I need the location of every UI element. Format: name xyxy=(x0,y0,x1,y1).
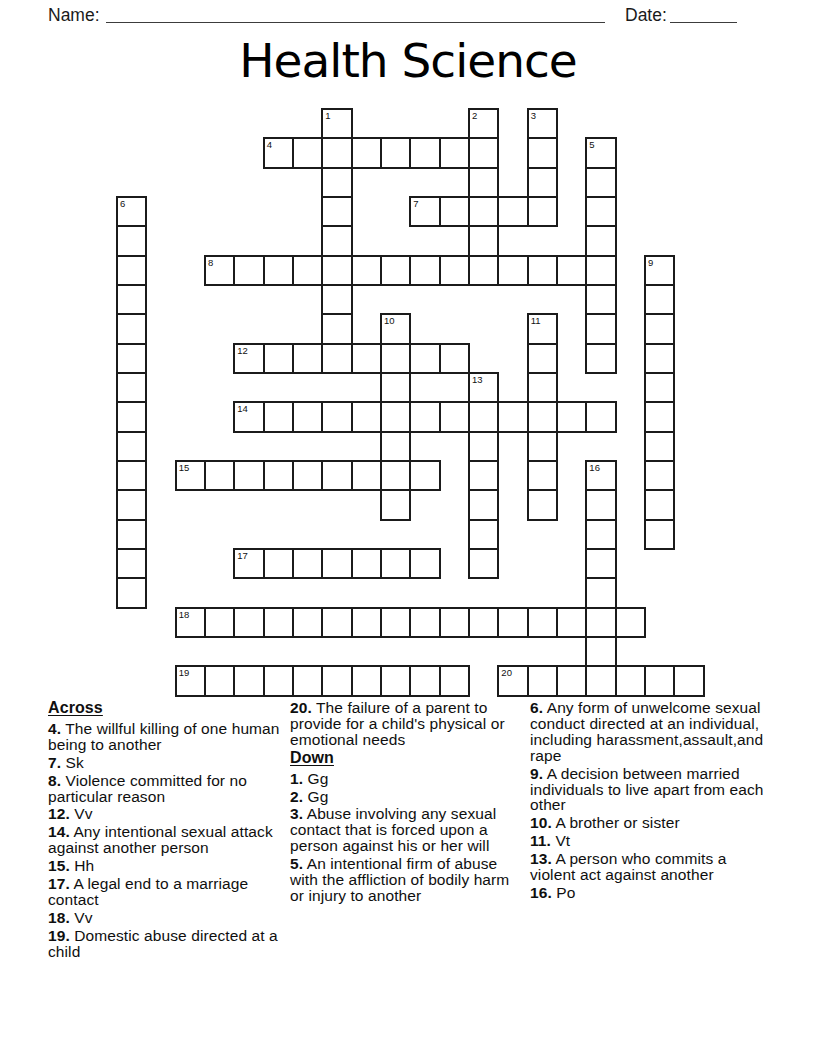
grid-cell[interactable] xyxy=(409,255,440,286)
grid-cell[interactable] xyxy=(292,401,323,432)
grid-cell[interactable] xyxy=(116,548,147,579)
grid-cell[interactable] xyxy=(527,401,558,432)
cell-clue-number: 19 xyxy=(179,667,190,678)
grid-cell[interactable] xyxy=(380,607,411,638)
clue-item: 12. Vv xyxy=(48,806,282,822)
grid-cell[interactable] xyxy=(527,137,558,168)
grid-cell[interactable]: 20 xyxy=(497,665,528,696)
grid-cell[interactable] xyxy=(585,255,616,286)
grid-cell[interactable]: 9 xyxy=(644,255,675,286)
grid-cell[interactable] xyxy=(380,401,411,432)
clue-item: 16. Po xyxy=(530,885,770,901)
grid-cell[interactable] xyxy=(644,401,675,432)
grid-cell[interactable]: 12 xyxy=(233,343,264,374)
clue-item: 13. A person who commits a violent act a… xyxy=(530,851,770,883)
grid-cell[interactable] xyxy=(380,489,411,520)
grid-cell[interactable] xyxy=(468,255,499,286)
grid-cell[interactable] xyxy=(321,167,352,198)
grid-cell[interactable] xyxy=(116,372,147,403)
crossword-grid: 1234567891011121314151617181920 xyxy=(116,108,705,697)
grid-cell[interactable] xyxy=(351,255,382,286)
grid-cell[interactable]: 13 xyxy=(468,372,499,403)
clue-item-number: 19. xyxy=(48,927,70,944)
clues-section-header: Down xyxy=(290,750,522,766)
grid-cell[interactable] xyxy=(585,225,616,256)
grid-cell[interactable] xyxy=(439,665,470,696)
page-title: Health Science xyxy=(0,33,816,88)
grid-cell[interactable] xyxy=(351,343,382,374)
grid-cell[interactable]: 18 xyxy=(175,607,206,638)
grid-cell[interactable] xyxy=(380,255,411,286)
clue-item-number: 10. xyxy=(530,814,552,831)
grid-cell[interactable] xyxy=(380,665,411,696)
grid-cell[interactable] xyxy=(321,401,352,432)
grid-cell[interactable] xyxy=(556,401,587,432)
grid-cell[interactable] xyxy=(204,607,235,638)
grid-cell[interactable] xyxy=(321,196,352,227)
grid-cell[interactable] xyxy=(409,665,440,696)
clue-item: 1. Gg xyxy=(290,771,522,787)
grid-cell[interactable] xyxy=(644,460,675,491)
clue-item-number: 17. xyxy=(48,875,70,892)
clue-item: 19. Domestic abuse directed at a child xyxy=(48,928,282,960)
cell-clue-number: 1 xyxy=(325,110,330,121)
grid-cell[interactable] xyxy=(233,460,264,491)
cell-clue-number: 14 xyxy=(237,403,248,414)
grid-cell[interactable]: 17 xyxy=(233,548,264,579)
cell-clue-number: 9 xyxy=(648,257,653,268)
clue-item-number: 8. xyxy=(48,772,61,789)
cell-clue-number: 11 xyxy=(531,315,541,326)
grid-cell[interactable] xyxy=(204,665,235,696)
grid-cell[interactable] xyxy=(585,167,616,198)
grid-cell[interactable] xyxy=(468,489,499,520)
grid-cell[interactable] xyxy=(527,196,558,227)
grid-cell[interactable] xyxy=(351,401,382,432)
name-blank-line[interactable] xyxy=(106,2,605,23)
grid-cell[interactable]: 7 xyxy=(409,196,440,227)
clue-item-number: 15. xyxy=(48,857,70,874)
grid-cell[interactable] xyxy=(351,460,382,491)
grid-cell[interactable] xyxy=(351,607,382,638)
grid-cell[interactable] xyxy=(321,255,352,286)
grid-cell[interactable] xyxy=(644,519,675,550)
grid-cell[interactable] xyxy=(527,607,558,638)
grid-cell[interactable]: 10 xyxy=(380,313,411,344)
grid-cell[interactable] xyxy=(439,607,470,638)
grid-cell[interactable] xyxy=(527,489,558,520)
grid-cell[interactable] xyxy=(409,401,440,432)
grid-cell[interactable]: 6 xyxy=(116,196,147,227)
clue-item: 10. A brother or sister xyxy=(530,815,770,831)
grid-cell[interactable] xyxy=(585,665,616,696)
name-label: Name: xyxy=(48,5,100,26)
clue-item-number: 2. xyxy=(290,788,303,805)
grid-cell[interactable] xyxy=(263,607,294,638)
grid-cell[interactable] xyxy=(116,577,147,608)
grid-cell[interactable] xyxy=(116,460,147,491)
grid-cell[interactable] xyxy=(497,401,528,432)
clues-column-1: Across4. The willful killing of one huma… xyxy=(48,700,282,962)
clue-item: 5. An intentional firm of abuse with the… xyxy=(290,856,522,904)
grid-cell[interactable] xyxy=(409,548,440,579)
clue-item-number: 13. xyxy=(530,850,552,867)
clue-item: 4. The willful killing of one human bein… xyxy=(48,721,282,753)
grid-cell[interactable] xyxy=(585,607,616,638)
grid-cell[interactable] xyxy=(585,343,616,374)
grid-cell[interactable] xyxy=(116,313,147,344)
grid-cell[interactable] xyxy=(644,489,675,520)
grid-cell[interactable] xyxy=(644,665,675,696)
grid-cell[interactable] xyxy=(321,313,352,344)
grid-cell[interactable] xyxy=(585,196,616,227)
grid-cell[interactable] xyxy=(585,577,616,608)
clue-item-number: 11. xyxy=(530,832,551,849)
grid-cell[interactable] xyxy=(585,284,616,315)
grid-cell[interactable] xyxy=(527,255,558,286)
grid-cell[interactable] xyxy=(116,225,147,256)
grid-cell[interactable]: 19 xyxy=(175,665,206,696)
clue-item-number: 9. xyxy=(530,765,543,782)
clue-item: 6. Any form of unwelcome sexual conduct … xyxy=(530,700,770,764)
grid-cell[interactable] xyxy=(263,665,294,696)
grid-cell[interactable] xyxy=(468,225,499,256)
grid-cell[interactable] xyxy=(468,460,499,491)
clue-item: 20. The failure of a parent to provide f… xyxy=(290,700,522,748)
grid-cell[interactable] xyxy=(644,313,675,344)
grid-cell[interactable] xyxy=(556,665,587,696)
grid-cell[interactable] xyxy=(497,607,528,638)
grid-cell[interactable] xyxy=(615,665,646,696)
grid-cell[interactable] xyxy=(644,343,675,374)
grid-cell[interactable] xyxy=(263,401,294,432)
grid-cell[interactable] xyxy=(292,137,323,168)
grid-cell[interactable] xyxy=(527,343,558,374)
clue-item-number: 7. xyxy=(48,754,61,771)
grid-cell[interactable] xyxy=(527,431,558,462)
cell-clue-number: 20 xyxy=(501,667,512,678)
clues-section-header: Across xyxy=(48,700,282,716)
grid-cell[interactable]: 5 xyxy=(585,137,616,168)
clue-item: 3. Abuse involving any sexual contact th… xyxy=(290,806,522,854)
cell-clue-number: 2 xyxy=(472,110,477,121)
grid-cell[interactable] xyxy=(116,431,147,462)
grid-cell[interactable] xyxy=(468,137,499,168)
grid-cell[interactable] xyxy=(468,548,499,579)
grid-cell[interactable] xyxy=(439,137,470,168)
grid-cell[interactable] xyxy=(468,401,499,432)
grid-cell[interactable]: 1 xyxy=(321,108,352,139)
grid-cell[interactable] xyxy=(644,284,675,315)
clue-item: 14. Any intentional sexual attack agains… xyxy=(48,824,282,856)
grid-cell[interactable] xyxy=(321,137,352,168)
grid-cell[interactable] xyxy=(644,431,675,462)
grid-cell[interactable] xyxy=(321,665,352,696)
cell-clue-number: 16 xyxy=(589,462,600,473)
grid-cell[interactable] xyxy=(380,343,411,374)
grid-cell[interactable] xyxy=(292,607,323,638)
clue-item-number: 5. xyxy=(290,855,303,872)
clue-item-number: 16. xyxy=(530,884,552,901)
grid-cell[interactable] xyxy=(585,548,616,579)
clue-item: 2. Gg xyxy=(290,789,522,805)
worksheet-page: Name: Date: Health Science 1234567891011… xyxy=(0,0,816,1056)
date-blank-line[interactable] xyxy=(670,2,737,23)
grid-cell[interactable] xyxy=(233,665,264,696)
grid-cell[interactable] xyxy=(233,255,264,286)
grid-cell[interactable]: 15 xyxy=(175,460,206,491)
grid-cell[interactable] xyxy=(497,196,528,227)
grid-cell[interactable] xyxy=(116,519,147,550)
grid-cell[interactable] xyxy=(351,665,382,696)
grid-cell[interactable] xyxy=(292,255,323,286)
grid-cell[interactable] xyxy=(527,372,558,403)
grid-cell[interactable] xyxy=(292,665,323,696)
grid-cell[interactable] xyxy=(439,343,470,374)
grid-cell[interactable] xyxy=(321,460,352,491)
grid-cell[interactable] xyxy=(321,607,352,638)
grid-cell[interactable] xyxy=(116,401,147,432)
clues-column-3: 6. Any form of unwelcome sexual conduct … xyxy=(530,700,770,903)
grid-cell[interactable] xyxy=(585,313,616,344)
grid-cell[interactable] xyxy=(468,167,499,198)
cell-clue-number: 4 xyxy=(267,139,272,150)
grid-cell[interactable]: 3 xyxy=(527,108,558,139)
grid-cell[interactable]: 2 xyxy=(468,108,499,139)
grid-cell[interactable] xyxy=(644,372,675,403)
cell-clue-number: 18 xyxy=(179,609,190,620)
grid-cell[interactable] xyxy=(204,460,235,491)
clue-item-number: 20. xyxy=(290,699,312,716)
clue-item: 15. Hh xyxy=(48,858,282,874)
grid-cell[interactable] xyxy=(321,284,352,315)
grid-cell[interactable] xyxy=(409,343,440,374)
grid-cell[interactable]: 8 xyxy=(204,255,235,286)
clue-item: 18. Vv xyxy=(48,910,282,926)
clue-item: 8. Violence committed for no particular … xyxy=(48,773,282,805)
grid-cell[interactable] xyxy=(321,548,352,579)
clue-item-number: 12. xyxy=(48,805,70,822)
clue-item-number: 18. xyxy=(48,909,70,926)
grid-cell[interactable] xyxy=(439,196,470,227)
clue-item-number: 4. xyxy=(48,720,61,737)
grid-cell[interactable]: 16 xyxy=(585,460,616,491)
cell-clue-number: 5 xyxy=(589,139,594,150)
grid-cell[interactable] xyxy=(527,460,558,491)
grid-cell[interactable] xyxy=(292,460,323,491)
clues-column-2: 20. The failure of a parent to provide f… xyxy=(290,700,522,906)
grid-cell[interactable] xyxy=(380,460,411,491)
cell-clue-number: 3 xyxy=(531,110,536,121)
clue-item: 17. A legal end to a marriage contact xyxy=(48,876,282,908)
grid-cell[interactable] xyxy=(585,519,616,550)
grid-cell[interactable]: 14 xyxy=(233,401,264,432)
clue-item-number: 1. xyxy=(290,770,303,787)
date-label: Date: xyxy=(625,5,667,26)
grid-cell[interactable] xyxy=(527,665,558,696)
cell-clue-number: 8 xyxy=(208,257,213,268)
grid-cell[interactable] xyxy=(321,343,352,374)
grid-cell[interactable] xyxy=(351,548,382,579)
grid-cell[interactable] xyxy=(380,431,411,462)
clue-item-number: 14. xyxy=(48,823,70,840)
clue-item: 7. Sk xyxy=(48,755,282,771)
grid-cell[interactable] xyxy=(116,255,147,286)
grid-cell[interactable] xyxy=(351,137,382,168)
grid-cell[interactable] xyxy=(321,225,352,256)
grid-cell[interactable] xyxy=(263,255,294,286)
grid-cell[interactable] xyxy=(585,636,616,667)
grid-cell[interactable] xyxy=(292,343,323,374)
grid-cell[interactable] xyxy=(497,255,528,286)
grid-cell[interactable] xyxy=(409,607,440,638)
grid-cell[interactable] xyxy=(468,431,499,462)
clue-item-number: 3. xyxy=(290,805,303,822)
cell-clue-number: 13 xyxy=(472,374,483,385)
grid-cell[interactable] xyxy=(527,167,558,198)
grid-cell[interactable] xyxy=(292,548,323,579)
clue-item: 9. A decision between married individual… xyxy=(530,766,770,814)
clue-item-number: 6. xyxy=(530,699,543,716)
grid-cell[interactable] xyxy=(116,284,147,315)
cell-clue-number: 12 xyxy=(237,345,248,356)
grid-cell[interactable] xyxy=(585,401,616,432)
grid-cell[interactable] xyxy=(409,137,440,168)
grid-cell[interactable] xyxy=(468,607,499,638)
grid-cell[interactable] xyxy=(116,489,147,520)
grid-cell[interactable] xyxy=(116,343,147,374)
grid-cell[interactable] xyxy=(409,460,440,491)
grid-cell[interactable] xyxy=(263,343,294,374)
grid-cell[interactable] xyxy=(556,255,587,286)
cell-clue-number: 15 xyxy=(179,462,190,473)
cell-clue-number: 10 xyxy=(384,315,395,326)
grid-cell[interactable] xyxy=(439,401,470,432)
grid-cell[interactable] xyxy=(263,460,294,491)
grid-cell[interactable] xyxy=(673,665,704,696)
cell-clue-number: 7 xyxy=(413,198,418,209)
grid-cell[interactable] xyxy=(585,489,616,520)
grid-cell[interactable]: 11 xyxy=(527,313,558,344)
grid-cell[interactable]: 4 xyxy=(263,137,294,168)
grid-cell[interactable] xyxy=(263,548,294,579)
grid-cell[interactable] xyxy=(556,607,587,638)
grid-cell[interactable] xyxy=(233,607,264,638)
cell-clue-number: 17 xyxy=(237,550,248,561)
cell-clue-number: 6 xyxy=(120,198,125,209)
grid-cell[interactable] xyxy=(615,607,646,638)
grid-cell[interactable] xyxy=(468,519,499,550)
grid-cell[interactable] xyxy=(380,548,411,579)
grid-cell[interactable] xyxy=(439,255,470,286)
clue-item: 11. Vt xyxy=(530,833,770,849)
grid-cell[interactable] xyxy=(380,137,411,168)
grid-cell[interactable] xyxy=(380,372,411,403)
grid-cell[interactable] xyxy=(468,196,499,227)
